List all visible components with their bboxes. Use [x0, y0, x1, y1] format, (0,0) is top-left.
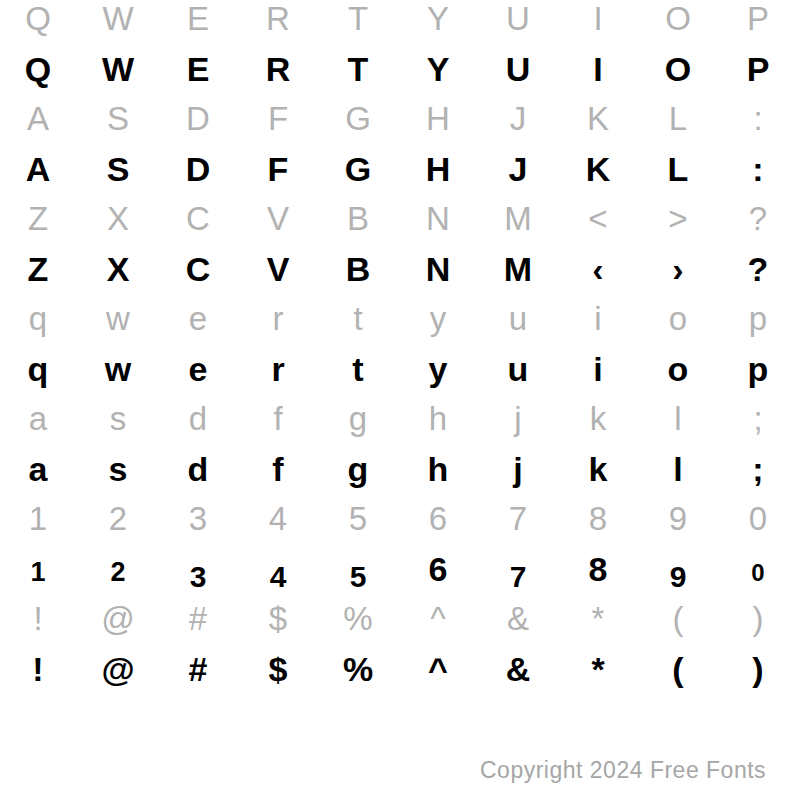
- glyph-cell: G: [318, 144, 398, 194]
- glyph-cell: i: [558, 294, 638, 344]
- glyph-cell: p: [718, 344, 798, 394]
- glyph-cell: o: [638, 344, 718, 394]
- glyph-cell: F: [238, 94, 318, 144]
- glyph-cell: Q: [0, 0, 78, 44]
- glyph-cell: h: [398, 394, 478, 444]
- char-row-digits-regular: 1234567890: [0, 494, 800, 544]
- glyph-cell: d: [158, 394, 238, 444]
- glyph-cell: a: [0, 444, 78, 494]
- glyph-cell: V: [238, 244, 318, 294]
- glyph-cell: S: [78, 94, 158, 144]
- glyph-cell: H: [398, 94, 478, 144]
- glyph-cell: 0: [718, 548, 798, 598]
- glyph-cell: y: [398, 294, 478, 344]
- glyph-cell: d: [158, 444, 238, 494]
- glyph-cell: >: [638, 194, 718, 244]
- glyph-cell: %: [318, 644, 398, 694]
- glyph-cell: 5: [318, 552, 398, 602]
- glyph-cell: 5: [318, 494, 398, 544]
- glyph-cell: :: [718, 144, 798, 194]
- char-row-lowercase-qwerty-bold: qwertyuiop: [0, 344, 800, 394]
- glyph-cell: @: [78, 644, 158, 694]
- glyph-cell: 1: [0, 547, 78, 597]
- glyph-cell: *: [558, 594, 638, 644]
- glyph-cell: J: [478, 144, 558, 194]
- glyph-cell: I: [558, 44, 638, 94]
- glyph-cell: O: [638, 0, 718, 44]
- glyph-cell: D: [158, 94, 238, 144]
- glyph-cell: U: [478, 44, 558, 94]
- glyph-cell: l: [638, 394, 718, 444]
- char-row-uppercase-zxcv-bold: ZXCVBNM‹›?: [0, 244, 800, 294]
- glyph-cell: 7: [478, 552, 558, 602]
- copyright-watermark: Copyright 2024 Free Fonts: [480, 757, 766, 784]
- glyph-cell: ^: [398, 644, 478, 694]
- glyph-cell: 3: [158, 552, 238, 602]
- glyph-cell: 8: [558, 544, 638, 594]
- char-row-uppercase-asdf-bold: ASDFGHJKL:: [0, 144, 800, 194]
- glyph-cell: L: [638, 144, 718, 194]
- char-row-uppercase-qwerty-bold: QWERTYUIOP: [0, 44, 800, 94]
- glyph-cell: ?: [718, 244, 798, 294]
- glyph-cell: p: [718, 294, 798, 344]
- glyph-cell: j: [478, 444, 558, 494]
- glyph-cell: V: [238, 194, 318, 244]
- glyph-cell: B: [318, 194, 398, 244]
- glyph-cell: g: [318, 394, 398, 444]
- glyph-cell: C: [158, 194, 238, 244]
- glyph-cell: k: [558, 394, 638, 444]
- glyph-cell: #: [158, 644, 238, 694]
- glyph-cell: X: [78, 244, 158, 294]
- glyph-cell: s: [78, 394, 158, 444]
- glyph-cell: J: [478, 94, 558, 144]
- glyph-cell: 9: [638, 552, 718, 602]
- glyph-cell: W: [78, 0, 158, 44]
- glyph-cell: g: [318, 444, 398, 494]
- glyph-cell: H: [398, 144, 478, 194]
- glyph-cell: Y: [398, 0, 478, 44]
- char-row-uppercase-qwerty-regular: QWERTYUIOP: [0, 0, 800, 44]
- glyph-cell: ?: [718, 194, 798, 244]
- glyph-cell: @: [78, 594, 158, 644]
- glyph-cell: D: [158, 144, 238, 194]
- glyph-cell: e: [158, 344, 238, 394]
- glyph-cell: L: [638, 94, 718, 144]
- glyph-cell: 6: [398, 494, 478, 544]
- glyph-cell: K: [558, 144, 638, 194]
- glyph-cell: !: [0, 594, 78, 644]
- glyph-cell: (: [638, 644, 718, 694]
- glyph-cell: j: [478, 394, 558, 444]
- glyph-cell: 4: [238, 494, 318, 544]
- char-row-uppercase-asdf-regular: ASDFGHJKL:: [0, 94, 800, 144]
- glyph-cell: w: [78, 294, 158, 344]
- glyph-cell: G: [318, 94, 398, 144]
- glyph-cell: M: [478, 244, 558, 294]
- glyph-cell: U: [478, 0, 558, 44]
- glyph-cell: f: [238, 444, 318, 494]
- glyph-cell: ;: [718, 444, 798, 494]
- glyph-cell: f: [238, 394, 318, 444]
- glyph-cell: I: [558, 0, 638, 44]
- glyph-cell: e: [158, 294, 238, 344]
- glyph-cell: 3: [158, 494, 238, 544]
- glyph-cell: A: [0, 144, 78, 194]
- char-row-lowercase-asdf-bold: asdfghjkl;: [0, 444, 800, 494]
- glyph-cell: r: [238, 294, 318, 344]
- character-grid: QWERTYUIOPQWERTYUIOPASDFGHJKL:ASDFGHJKL:…: [0, 0, 800, 694]
- glyph-cell: !: [0, 644, 78, 694]
- glyph-cell: r: [238, 344, 318, 394]
- glyph-cell: &: [478, 644, 558, 694]
- glyph-cell: 2: [78, 494, 158, 544]
- glyph-cell: s: [78, 444, 158, 494]
- glyph-cell: ^: [398, 594, 478, 644]
- glyph-cell: T: [318, 0, 398, 44]
- glyph-cell: Q: [0, 44, 78, 94]
- char-row-symbols-bold: !@#$%^&*(): [0, 644, 800, 694]
- glyph-cell: ;: [718, 394, 798, 444]
- glyph-cell: N: [398, 244, 478, 294]
- glyph-cell: :: [718, 94, 798, 144]
- glyph-cell: q: [0, 344, 78, 394]
- glyph-cell: o: [638, 294, 718, 344]
- glyph-cell: X: [78, 194, 158, 244]
- glyph-cell: t: [318, 294, 398, 344]
- char-row-uppercase-zxcv-regular: ZXCVBNM<>?: [0, 194, 800, 244]
- glyph-cell: 8: [558, 494, 638, 544]
- font-specimen-page: QWERTYUIOPQWERTYUIOPASDFGHJKL:ASDFGHJKL:…: [0, 0, 800, 800]
- glyph-cell: P: [718, 44, 798, 94]
- glyph-cell: 9: [638, 494, 718, 544]
- glyph-cell: K: [558, 94, 638, 144]
- glyph-cell: ): [718, 594, 798, 644]
- glyph-cell: E: [158, 0, 238, 44]
- glyph-cell: u: [478, 344, 558, 394]
- glyph-cell: a: [0, 394, 78, 444]
- glyph-cell: l: [638, 444, 718, 494]
- glyph-cell: q: [0, 294, 78, 344]
- char-row-lowercase-qwerty-regular: qwertyuiop: [0, 294, 800, 344]
- glyph-cell: O: [638, 44, 718, 94]
- glyph-cell: B: [318, 244, 398, 294]
- glyph-cell: N: [398, 194, 478, 244]
- glyph-cell: i: [558, 344, 638, 394]
- glyph-cell: P: [718, 0, 798, 44]
- glyph-cell: R: [238, 44, 318, 94]
- glyph-cell: A: [0, 94, 78, 144]
- glyph-cell: t: [318, 344, 398, 394]
- glyph-cell: 1: [0, 494, 78, 544]
- glyph-cell: Y: [398, 44, 478, 94]
- glyph-cell: ‹: [558, 244, 638, 294]
- glyph-cell: <: [558, 194, 638, 244]
- char-row-lowercase-asdf-regular: asdfghjkl;: [0, 394, 800, 444]
- glyph-cell: u: [478, 294, 558, 344]
- glyph-cell: 2: [78, 547, 158, 597]
- glyph-cell: ): [718, 644, 798, 694]
- glyph-cell: w: [78, 344, 158, 394]
- glyph-cell: 0: [718, 494, 798, 544]
- glyph-cell: E: [158, 44, 238, 94]
- glyph-cell: C: [158, 244, 238, 294]
- glyph-cell: M: [478, 194, 558, 244]
- glyph-cell: *: [558, 644, 638, 694]
- glyph-cell: 6: [398, 544, 478, 594]
- glyph-cell: 4: [238, 552, 318, 602]
- glyph-cell: $: [238, 644, 318, 694]
- glyph-cell: Z: [0, 194, 78, 244]
- glyph-cell: 7: [478, 494, 558, 544]
- glyph-cell: R: [238, 0, 318, 44]
- char-row-digits-bold-oldstyle: 1234567890: [0, 544, 800, 594]
- glyph-cell: S: [78, 144, 158, 194]
- glyph-cell: h: [398, 444, 478, 494]
- glyph-cell: W: [78, 44, 158, 94]
- glyph-cell: y: [398, 344, 478, 394]
- glyph-cell: Z: [0, 244, 78, 294]
- glyph-cell: ›: [638, 244, 718, 294]
- glyph-cell: k: [558, 444, 638, 494]
- glyph-cell: F: [238, 144, 318, 194]
- glyph-cell: T: [318, 44, 398, 94]
